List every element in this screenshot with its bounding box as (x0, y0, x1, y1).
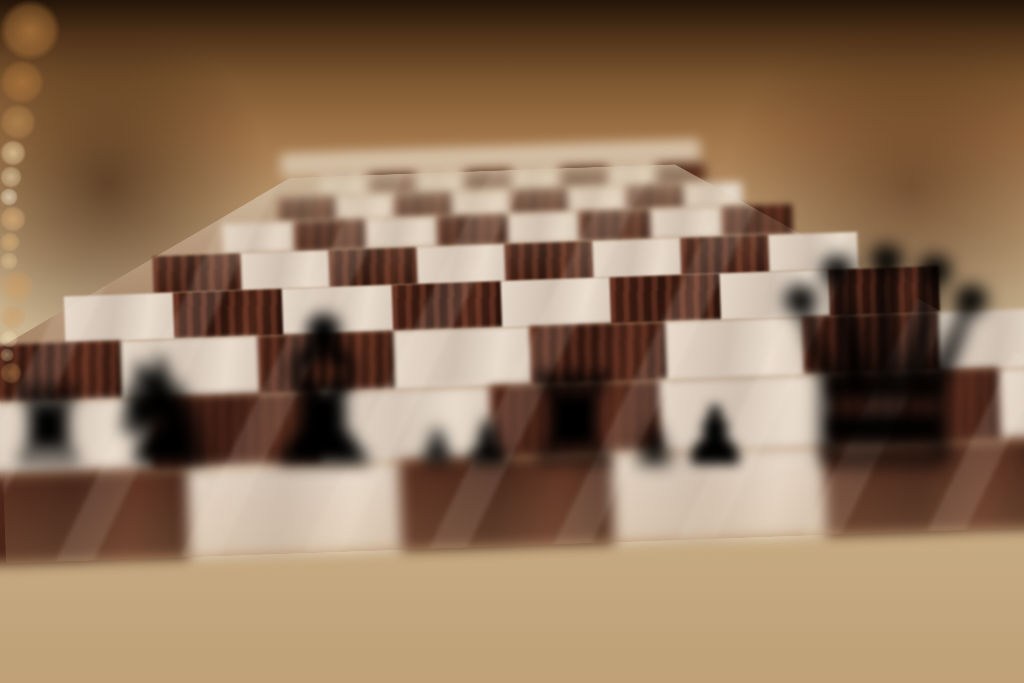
chess-photo-scene: ♜♞♝♟♟♜♟♟♛♟♞♟♟♝♚♟♟♚♟♟♝♟♛♟♟♝♞♞♟♜♟♜ (0, 0, 1024, 683)
bokeh-highlight (0, 166, 22, 188)
bokeh-highlight (0, 206, 26, 232)
bokeh-highlight (0, 348, 14, 362)
bokeh-highlight (0, 104, 36, 140)
bokeh-highlight (0, 60, 44, 104)
bokeh-highlight (0, 270, 34, 304)
bokeh-highlight (0, 330, 18, 348)
bokeh-highlight (0, 252, 18, 270)
bokeh-highlight (0, 188, 18, 206)
bokeh-layer (0, 0, 1024, 683)
bokeh-highlight (0, 232, 20, 252)
bokeh-highlight (0, 140, 26, 166)
bokeh-highlight (0, 362, 22, 384)
bokeh-highlight (0, 0, 60, 60)
bokeh-highlight (0, 304, 26, 330)
